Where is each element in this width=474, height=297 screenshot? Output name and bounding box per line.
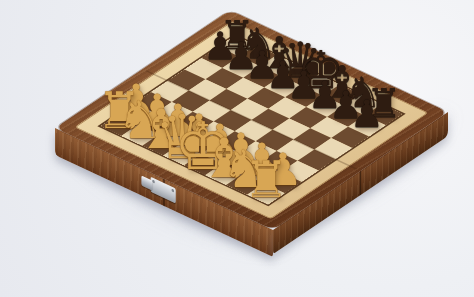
product-photo-scene: ♜♞♝♛♚♝♞♜♟♟♟♟♟♟♟♟♟♟♟♟♟♟♟♟♜♞♝♛♚♝♞♜ [0, 0, 474, 297]
piece-black-pawn: ♟ [348, 96, 386, 134]
chess-pieces-layer: ♜♞♝♛♚♝♞♜♟♟♟♟♟♟♟♟♟♟♟♟♟♟♟♟♜♞♝♛♚♝♞♜ [0, 0, 474, 297]
piece-white-rook: ♜ [241, 155, 291, 205]
